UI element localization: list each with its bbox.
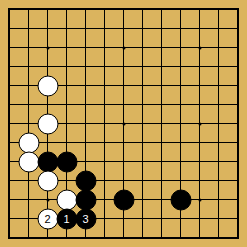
move-1-black-stone: 1 bbox=[56, 208, 77, 229]
grid-line-vertical bbox=[161, 9, 162, 238]
grid-line-horizontal bbox=[9, 142, 238, 143]
hoshi-point bbox=[198, 198, 201, 201]
black-stone bbox=[37, 151, 58, 172]
grid-line-vertical bbox=[218, 9, 219, 238]
black-stone bbox=[75, 170, 96, 191]
black-stone bbox=[170, 189, 191, 210]
black-stone bbox=[75, 189, 96, 210]
black-stone bbox=[56, 151, 77, 172]
white-stone bbox=[18, 132, 39, 153]
white-stone bbox=[37, 170, 58, 191]
move-2-white-stone: 2 bbox=[37, 208, 58, 229]
hoshi-point bbox=[122, 122, 125, 125]
hoshi-point bbox=[198, 46, 201, 49]
hoshi-point bbox=[122, 46, 125, 49]
white-stone bbox=[18, 151, 39, 172]
white-stone bbox=[56, 189, 77, 210]
black-stone bbox=[113, 189, 134, 210]
white-stone bbox=[37, 75, 58, 96]
grid-line-vertical bbox=[142, 9, 143, 238]
hoshi-point bbox=[46, 198, 49, 201]
move-3-black-stone: 3 bbox=[75, 208, 96, 229]
white-stone bbox=[37, 113, 58, 134]
hoshi-point bbox=[46, 46, 49, 49]
go-board[interactable]: 213 bbox=[0, 0, 247, 247]
hoshi-point bbox=[198, 122, 201, 125]
